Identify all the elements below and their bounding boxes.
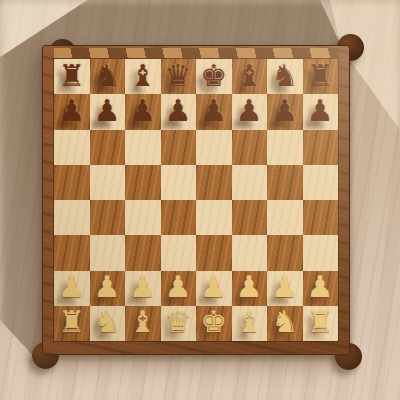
piece-black-pawn[interactable]: ♟ — [307, 96, 334, 126]
square-c7[interactable]: ♟ — [125, 94, 161, 129]
piece-black-knight[interactable]: ♞ — [271, 61, 298, 91]
square-g8[interactable]: ♞ — [267, 59, 303, 94]
piece-black-pawn[interactable]: ♟ — [129, 96, 156, 126]
square-a5[interactable] — [54, 165, 90, 200]
square-b4[interactable] — [90, 200, 126, 235]
piece-white-pawn[interactable]: ♟ — [94, 272, 121, 302]
square-h8[interactable]: ♜ — [303, 59, 339, 94]
square-h6[interactable] — [303, 130, 339, 165]
square-b3[interactable] — [90, 235, 126, 270]
piece-white-king[interactable]: ♚ — [200, 307, 227, 337]
chess-board: ♜♞♝♛♚♝♞♜♟♟♟♟♟♟♟♟♟♟♟♟♟♟♟♟♜♞♝♛♚♝♞♜ — [42, 45, 350, 355]
piece-white-rook[interactable]: ♜ — [307, 307, 334, 337]
square-a2[interactable]: ♟ — [54, 271, 90, 306]
square-h1[interactable]: ♜ — [303, 306, 339, 341]
square-c5[interactable] — [125, 165, 161, 200]
square-a6[interactable] — [54, 130, 90, 165]
piece-white-bishop[interactable]: ♝ — [129, 307, 156, 337]
square-h3[interactable] — [303, 235, 339, 270]
square-f4[interactable] — [232, 200, 268, 235]
square-d5[interactable] — [161, 165, 197, 200]
square-f7[interactable]: ♟ — [232, 94, 268, 129]
square-e5[interactable] — [196, 165, 232, 200]
piece-white-pawn[interactable]: ♟ — [165, 272, 192, 302]
piece-black-bishop[interactable]: ♝ — [236, 61, 263, 91]
square-f5[interactable] — [232, 165, 268, 200]
square-g6[interactable] — [267, 130, 303, 165]
square-b5[interactable] — [90, 165, 126, 200]
square-f8[interactable]: ♝ — [232, 59, 268, 94]
piece-black-pawn[interactable]: ♟ — [165, 96, 192, 126]
square-a4[interactable] — [54, 200, 90, 235]
square-e7[interactable]: ♟ — [196, 94, 232, 129]
square-b1[interactable]: ♞ — [90, 306, 126, 341]
piece-white-knight[interactable]: ♞ — [271, 307, 298, 337]
square-c4[interactable] — [125, 200, 161, 235]
square-d1[interactable]: ♛ — [161, 306, 197, 341]
square-g5[interactable] — [267, 165, 303, 200]
piece-white-knight[interactable]: ♞ — [94, 307, 121, 337]
square-h5[interactable] — [303, 165, 339, 200]
photo-canvas: ♜♞♝♛♚♝♞♜♟♟♟♟♟♟♟♟♟♟♟♟♟♟♟♟♜♞♝♛♚♝♞♜ — [0, 0, 400, 400]
piece-black-pawn[interactable]: ♟ — [94, 96, 121, 126]
square-a1[interactable]: ♜ — [54, 306, 90, 341]
square-c3[interactable] — [125, 235, 161, 270]
square-d3[interactable] — [161, 235, 197, 270]
piece-black-pawn[interactable]: ♟ — [236, 96, 263, 126]
piece-black-pawn[interactable]: ♟ — [58, 96, 85, 126]
square-f2[interactable]: ♟ — [232, 271, 268, 306]
square-b7[interactable]: ♟ — [90, 94, 126, 129]
square-d6[interactable] — [161, 130, 197, 165]
piece-black-knight[interactable]: ♞ — [94, 61, 121, 91]
square-e4[interactable] — [196, 200, 232, 235]
piece-white-pawn[interactable]: ♟ — [271, 272, 298, 302]
piece-white-pawn[interactable]: ♟ — [58, 272, 85, 302]
square-c6[interactable] — [125, 130, 161, 165]
square-e1[interactable]: ♚ — [196, 306, 232, 341]
square-g3[interactable] — [267, 235, 303, 270]
square-h4[interactable] — [303, 200, 339, 235]
piece-white-pawn[interactable]: ♟ — [236, 272, 263, 302]
piece-black-pawn[interactable]: ♟ — [200, 96, 227, 126]
board-bevel-edge — [54, 48, 338, 58]
square-d4[interactable] — [161, 200, 197, 235]
square-f1[interactable]: ♝ — [232, 306, 268, 341]
piece-black-bishop[interactable]: ♝ — [129, 61, 156, 91]
square-a8[interactable]: ♜ — [54, 59, 90, 94]
piece-white-pawn[interactable]: ♟ — [307, 272, 334, 302]
piece-black-king[interactable]: ♚ — [200, 61, 227, 91]
square-g2[interactable]: ♟ — [267, 271, 303, 306]
square-f3[interactable] — [232, 235, 268, 270]
square-c2[interactable]: ♟ — [125, 271, 161, 306]
square-a3[interactable] — [54, 235, 90, 270]
square-d2[interactable]: ♟ — [161, 271, 197, 306]
piece-black-queen[interactable]: ♛ — [165, 61, 192, 91]
square-e6[interactable] — [196, 130, 232, 165]
square-c1[interactable]: ♝ — [125, 306, 161, 341]
square-e2[interactable]: ♟ — [196, 271, 232, 306]
piece-black-rook[interactable]: ♜ — [307, 61, 334, 91]
square-g1[interactable]: ♞ — [267, 306, 303, 341]
square-g4[interactable] — [267, 200, 303, 235]
square-b2[interactable]: ♟ — [90, 271, 126, 306]
piece-white-rook[interactable]: ♜ — [58, 307, 85, 337]
square-d8[interactable]: ♛ — [161, 59, 197, 94]
square-d7[interactable]: ♟ — [161, 94, 197, 129]
chess-board-squares: ♜♞♝♛♚♝♞♜♟♟♟♟♟♟♟♟♟♟♟♟♟♟♟♟♜♞♝♛♚♝♞♜ — [54, 59, 338, 341]
square-f6[interactable] — [232, 130, 268, 165]
square-e8[interactable]: ♚ — [196, 59, 232, 94]
square-h2[interactable]: ♟ — [303, 271, 339, 306]
square-g7[interactable]: ♟ — [267, 94, 303, 129]
square-b6[interactable] — [90, 130, 126, 165]
piece-black-pawn[interactable]: ♟ — [271, 96, 298, 126]
square-c8[interactable]: ♝ — [125, 59, 161, 94]
piece-white-queen[interactable]: ♛ — [165, 307, 192, 337]
square-b8[interactable]: ♞ — [90, 59, 126, 94]
square-h7[interactable]: ♟ — [303, 94, 339, 129]
piece-white-bishop[interactable]: ♝ — [236, 307, 263, 337]
square-e3[interactable] — [196, 235, 232, 270]
piece-white-pawn[interactable]: ♟ — [129, 272, 156, 302]
piece-black-rook[interactable]: ♜ — [58, 61, 85, 91]
piece-white-pawn[interactable]: ♟ — [200, 272, 227, 302]
square-a7[interactable]: ♟ — [54, 94, 90, 129]
